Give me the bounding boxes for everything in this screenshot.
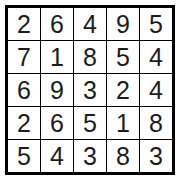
grid-cell-r4c1[interactable]: 2 — [8, 107, 40, 139]
grid-cell-r2c4[interactable]: 5 — [107, 41, 139, 73]
grid-cell-r1c4[interactable]: 9 — [107, 8, 139, 40]
grid-cell-r3c3[interactable]: 3 — [74, 74, 106, 106]
grid-cell-r5c1[interactable]: 5 — [8, 140, 40, 172]
grid-cell-r3c4[interactable]: 2 — [107, 74, 139, 106]
grid-cell-r4c2[interactable]: 6 — [41, 107, 73, 139]
grid-cell-r3c2[interactable]: 9 — [41, 74, 73, 106]
grid-cell-r2c1[interactable]: 7 — [8, 41, 40, 73]
grid-cell-r4c4[interactable]: 1 — [107, 107, 139, 139]
grid-cell-r2c3[interactable]: 8 — [74, 41, 106, 73]
grid-cell-r1c5[interactable]: 5 — [140, 8, 172, 40]
puzzle-board: 2649571854693242651854383 — [5, 5, 175, 175]
grid-cell-r1c1[interactable]: 2 — [8, 8, 40, 40]
grid-cell-r3c5[interactable]: 4 — [140, 74, 172, 106]
grid-cell-r5c2[interactable]: 4 — [41, 140, 73, 172]
grid-cell-r1c3[interactable]: 4 — [74, 8, 106, 40]
grid-cell-r4c5[interactable]: 8 — [140, 107, 172, 139]
grid-cell-r1c2[interactable]: 6 — [41, 8, 73, 40]
grid-cell-r2c2[interactable]: 1 — [41, 41, 73, 73]
grid-cell-r4c3[interactable]: 5 — [74, 107, 106, 139]
grid-cell-r5c3[interactable]: 3 — [74, 140, 106, 172]
grid-cell-r3c1[interactable]: 6 — [8, 74, 40, 106]
grid-cell-r2c5[interactable]: 4 — [140, 41, 172, 73]
grid-cell-r5c5[interactable]: 3 — [140, 140, 172, 172]
grid-cell-r5c4[interactable]: 8 — [107, 140, 139, 172]
